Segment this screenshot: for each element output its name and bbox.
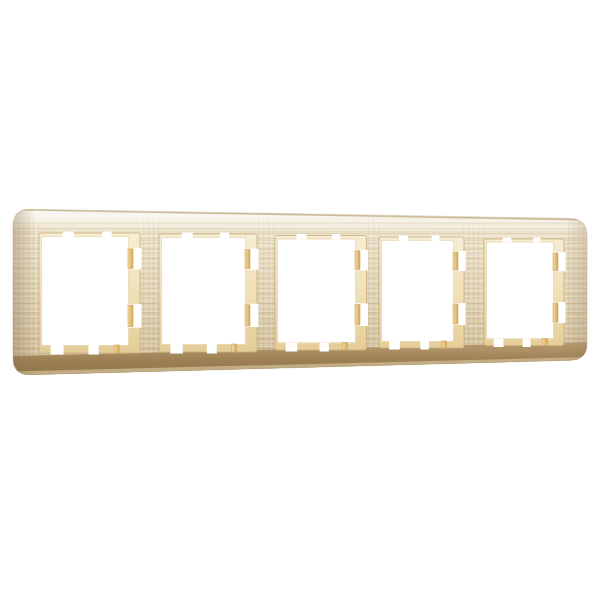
clip-tab — [542, 339, 547, 346]
window-hole — [487, 243, 553, 339]
window-hole — [162, 238, 245, 344]
window-hole — [382, 241, 453, 341]
apertures — [39, 232, 566, 355]
clip-tab — [128, 249, 133, 268]
clip-tab — [343, 343, 348, 351]
window-hole — [278, 240, 355, 343]
clip-tab — [232, 344, 237, 352]
aperture-4 — [379, 236, 466, 350]
clip-tab — [114, 345, 119, 353]
right-edge-shading — [564, 219, 587, 361]
aperture-1 — [39, 232, 142, 355]
clip-tab — [245, 305, 250, 326]
clip-tab — [453, 252, 458, 270]
clip-tab — [128, 305, 133, 327]
clip-tab — [453, 304, 458, 324]
aperture-2 — [159, 233, 259, 354]
aperture-3 — [275, 234, 368, 352]
clip-tab — [245, 250, 250, 269]
clip-tab — [553, 253, 558, 270]
clip-tab — [553, 303, 558, 322]
clip-tab — [442, 341, 447, 348]
window-hole — [42, 237, 128, 345]
frame-illustration — [0, 0, 600, 600]
aperture-5 — [484, 238, 566, 348]
clip-tab — [355, 251, 360, 270]
product-photo — [0, 0, 600, 600]
left-edge-shading — [13, 209, 36, 376]
clip-tab — [355, 304, 360, 325]
